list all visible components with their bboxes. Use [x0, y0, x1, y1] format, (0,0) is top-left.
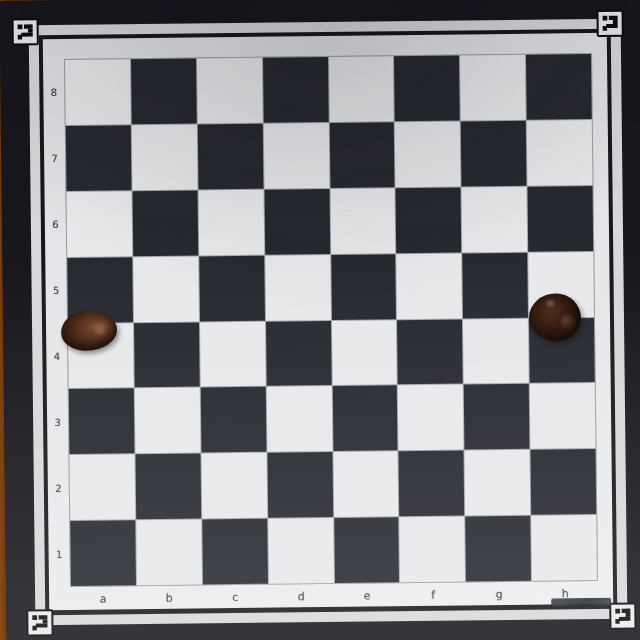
pixel-knight-logo-icon	[30, 613, 49, 632]
square-h2[interactable]	[531, 449, 597, 515]
square-c7[interactable]	[198, 124, 264, 190]
square-f3[interactable]	[398, 385, 464, 451]
pixel-knight-logo-icon	[601, 14, 620, 33]
corner-logo-top-right	[596, 10, 623, 37]
square-c4[interactable]	[200, 321, 266, 387]
square-b3[interactable]	[135, 388, 201, 454]
square-a7[interactable]	[66, 125, 132, 191]
square-g2[interactable]	[465, 450, 531, 516]
square-h7[interactable]	[527, 120, 593, 186]
pixel-knight-logo-icon	[16, 22, 35, 41]
square-g6[interactable]	[462, 186, 528, 252]
vinyl-mat: 87654321 abcdefgh	[0, 0, 640, 640]
board-sheet: 87654321 abcdefgh	[43, 33, 613, 610]
file-label-e: e	[334, 584, 400, 607]
square-c1[interactable]	[202, 519, 268, 585]
square-c6[interactable]	[198, 189, 264, 255]
square-f4[interactable]	[397, 319, 463, 385]
square-d2[interactable]	[267, 452, 333, 518]
square-g3[interactable]	[464, 384, 530, 450]
square-e2[interactable]	[333, 451, 399, 517]
square-d5[interactable]	[265, 255, 331, 321]
file-label-a: a	[70, 587, 136, 610]
square-h8[interactable]	[526, 54, 592, 120]
square-g7[interactable]	[461, 121, 527, 187]
square-a3[interactable]	[69, 389, 135, 455]
square-a2[interactable]	[70, 454, 136, 520]
square-f7[interactable]	[395, 121, 461, 187]
chessboard-photo: 87654321 abcdefgh	[0, 0, 640, 640]
square-a8[interactable]	[65, 59, 131, 125]
square-d6[interactable]	[264, 189, 330, 255]
square-e3[interactable]	[332, 386, 398, 452]
square-d7[interactable]	[263, 123, 329, 189]
file-label-f: f	[400, 583, 466, 606]
square-f1[interactable]	[400, 517, 466, 583]
square-d1[interactable]	[268, 518, 334, 584]
square-e5[interactable]	[331, 254, 397, 320]
rank-label-8: 8	[43, 59, 65, 125]
board-grid	[64, 53, 598, 587]
square-e7[interactable]	[329, 122, 395, 188]
file-label-b: b	[136, 586, 202, 609]
square-f8[interactable]	[394, 55, 460, 121]
square-d3[interactable]	[266, 386, 332, 452]
rank-label-6: 6	[45, 191, 67, 257]
square-c2[interactable]	[201, 453, 267, 519]
corner-logo-top-left	[12, 18, 39, 45]
toppled-piece-h4h5[interactable]	[529, 293, 582, 342]
square-e1[interactable]	[334, 517, 400, 583]
square-d4[interactable]	[266, 320, 332, 386]
rank-label-7: 7	[44, 125, 66, 191]
square-f5[interactable]	[397, 253, 463, 319]
square-f2[interactable]	[399, 451, 465, 517]
square-a6[interactable]	[67, 191, 133, 257]
square-g1[interactable]	[465, 516, 531, 582]
file-label-d: d	[268, 585, 334, 608]
square-h6[interactable]	[528, 186, 594, 252]
square-b5[interactable]	[133, 256, 199, 322]
square-g4[interactable]	[463, 318, 529, 384]
square-b7[interactable]	[132, 124, 198, 190]
rank-label-5: 5	[45, 257, 67, 323]
square-e6[interactable]	[330, 188, 396, 254]
file-label-g: g	[466, 583, 532, 606]
rank-label-1: 1	[48, 521, 70, 587]
square-f6[interactable]	[396, 187, 462, 253]
corner-logo-bottom-left	[26, 609, 53, 636]
square-a1[interactable]	[70, 520, 136, 586]
square-b1[interactable]	[136, 520, 202, 586]
square-c8[interactable]	[197, 58, 263, 124]
square-e4[interactable]	[331, 320, 397, 386]
square-h3[interactable]	[530, 383, 596, 449]
corner-logo-bottom-right	[609, 603, 636, 630]
square-d8[interactable]	[263, 57, 329, 123]
file-label-c: c	[202, 586, 268, 609]
rank-label-2: 2	[48, 455, 70, 521]
square-g8[interactable]	[460, 55, 526, 121]
square-b6[interactable]	[132, 190, 198, 256]
square-c3[interactable]	[200, 387, 266, 453]
square-g5[interactable]	[462, 252, 528, 318]
pixel-knight-logo-icon	[613, 607, 632, 626]
square-c5[interactable]	[199, 255, 265, 321]
square-b4[interactable]	[134, 322, 200, 388]
square-h1[interactable]	[531, 515, 597, 581]
square-e8[interactable]	[329, 56, 395, 122]
square-b2[interactable]	[135, 454, 201, 520]
square-b8[interactable]	[131, 58, 197, 124]
watermark-smudge	[551, 598, 611, 607]
rank-label-3: 3	[47, 389, 69, 455]
